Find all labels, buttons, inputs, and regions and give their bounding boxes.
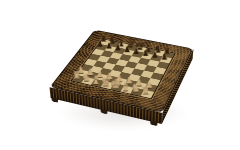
chess-board: ♜♞♝♛♚♝♞♜♟♟♟♟♟♟♟♟♟♟♟♟♟♟♟♟♜♞♝♛♚♝♞♜ (50, 30, 194, 113)
product-photo: ♜♞♝♛♚♝♞♜♟♟♟♟♟♟♟♟♟♟♟♟♟♟♟♟♜♞♝♛♚♝♞♜ (0, 0, 240, 150)
piece-black-rook: ♜ (99, 33, 108, 44)
scene: ♜♞♝♛♚♝♞♜♟♟♟♟♟♟♟♟♟♟♟♟♟♟♟♟♜♞♝♛♚♝♞♜ (0, 0, 240, 150)
piece-white-pawn: ♟ (76, 64, 86, 76)
piece-black-rook: ♜ (162, 46, 172, 58)
piece-white-rook: ♜ (71, 69, 81, 81)
board-foot (150, 120, 157, 126)
board-foot (100, 109, 107, 115)
square-h1: ♜ (141, 90, 155, 98)
board-foot (51, 97, 58, 103)
chess-grid: ♜♞♝♛♚♝♞♜♟♟♟♟♟♟♟♟♟♟♟♟♟♟♟♟♜♞♝♛♚♝♞♜ (70, 39, 175, 100)
